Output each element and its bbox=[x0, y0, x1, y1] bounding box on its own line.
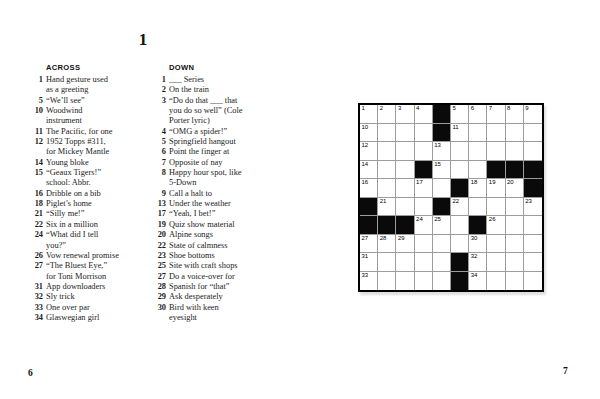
grid-cell-r10c3 bbox=[396, 272, 414, 291]
grid-cell-r1c1: 1 bbox=[360, 105, 378, 124]
grid-cell-r10c8 bbox=[487, 272, 505, 291]
clue-number: 25 bbox=[153, 261, 166, 271]
clue-number: 14 bbox=[30, 158, 43, 168]
grid-cell-r8c10 bbox=[524, 235, 542, 254]
clue-text: Dribble on a bib bbox=[46, 189, 101, 199]
grid-cell-r5c7: 18 bbox=[469, 179, 487, 198]
clue-number: 23 bbox=[153, 251, 166, 261]
grid-cell-r3c2 bbox=[378, 142, 396, 161]
down-clue-25: 25Site with craft shops bbox=[153, 261, 286, 271]
cell-number: 9 bbox=[525, 105, 528, 113]
clue-number: 21 bbox=[30, 209, 43, 219]
cell-number: 27 bbox=[362, 235, 369, 243]
grid-cell-r3c10 bbox=[524, 142, 542, 161]
grid-cell-r4c7 bbox=[469, 161, 487, 180]
grid-cell-r5c5 bbox=[433, 179, 451, 198]
clue-number: 22 bbox=[30, 220, 43, 230]
grid-cell-r2c2 bbox=[378, 124, 396, 143]
grid-cell-r10c5 bbox=[433, 272, 451, 291]
clue-text: “The Bluest Eye,” for Toni Morrison bbox=[46, 261, 107, 282]
clue-text: “We’ll see” bbox=[46, 96, 85, 106]
across-clue-16: 16Dribble on a bib bbox=[30, 189, 152, 199]
clue-text: The Pacific, for one bbox=[46, 127, 113, 137]
down-clue-29: 29Ask desperately bbox=[153, 292, 286, 302]
grid-cell-r6c4 bbox=[415, 198, 433, 217]
cell-number: 29 bbox=[398, 235, 405, 243]
grid-block-r5c10 bbox=[524, 179, 542, 198]
grid-block-r2c5 bbox=[433, 124, 451, 143]
grid-cell-r8c4 bbox=[415, 235, 433, 254]
clue-text: Do a voice-over for bbox=[169, 272, 235, 282]
grid-cell-r5c2 bbox=[378, 179, 396, 198]
grid-cell-r4c1: 14 bbox=[360, 161, 378, 180]
clue-text: App downloaders bbox=[46, 282, 105, 292]
grid-cell-r2c1: 10 bbox=[360, 124, 378, 143]
cell-number: 10 bbox=[362, 124, 369, 132]
grid-cell-r2c8 bbox=[487, 124, 505, 143]
clue-number: 8 bbox=[153, 168, 166, 178]
grid-block-r7c2 bbox=[378, 216, 396, 235]
clue-number: 3 bbox=[153, 96, 166, 106]
down-clue-27: 27Do a voice-over for bbox=[153, 272, 286, 282]
across-clue-22: 22Six in a million bbox=[30, 220, 152, 230]
cell-number: 15 bbox=[434, 161, 441, 169]
left-page-number: 6 bbox=[28, 368, 33, 378]
grid-cell-r3c3 bbox=[396, 142, 414, 161]
grid-cell-r4c3 bbox=[396, 161, 414, 180]
down-clue-4: 4“OMG a spider!” bbox=[153, 127, 286, 137]
clue-text: Sly trick bbox=[46, 292, 75, 302]
clue-text: State of calmness bbox=[169, 241, 228, 251]
across-clue-1: 1Hand gesture used as a greeting bbox=[30, 75, 152, 96]
cell-number: 28 bbox=[380, 235, 387, 243]
clue-text: Point the finger at bbox=[169, 147, 229, 157]
cell-number: 8 bbox=[507, 105, 510, 113]
grid-cell-r1c4: 4 bbox=[415, 105, 433, 124]
cell-number: 13 bbox=[434, 142, 441, 150]
grid-cell-r7c4: 24 bbox=[415, 216, 433, 235]
cell-number: 21 bbox=[380, 198, 387, 206]
grid-cell-r3c8 bbox=[487, 142, 505, 161]
grid-cell-r7c10 bbox=[524, 216, 542, 235]
across-clue-31: 31App downloaders bbox=[30, 282, 152, 292]
grid-cell-r10c9 bbox=[506, 272, 524, 291]
clue-number: 33 bbox=[30, 303, 43, 313]
grid-cell-r9c5 bbox=[433, 253, 451, 272]
grid-cell-r5c9: 20 bbox=[506, 179, 524, 198]
grid-cell-r8c1: 27 bbox=[360, 235, 378, 254]
grid-cell-r6c9 bbox=[506, 198, 524, 217]
down-header: DOWN bbox=[169, 63, 286, 72]
grid-cell-r4c2 bbox=[378, 161, 396, 180]
cell-number: 34 bbox=[471, 272, 478, 280]
grid-cell-r1c10: 9 bbox=[524, 105, 542, 124]
grid-cell-r4c6 bbox=[451, 161, 469, 180]
across-clue-26: 26Vow renewal promise bbox=[30, 251, 152, 261]
clue-number: 19 bbox=[153, 220, 166, 230]
clue-text: Spanish for “that” bbox=[169, 282, 229, 292]
down-clue-2: 2On the train bbox=[153, 85, 286, 95]
cell-number: 5 bbox=[452, 105, 455, 113]
clue-text: Shoe bottoms bbox=[169, 251, 215, 261]
clue-number: 1 bbox=[153, 75, 166, 85]
across-clue-10: 10Woodwind instrument bbox=[30, 106, 152, 127]
grid-block-r9c6 bbox=[451, 253, 469, 272]
clue-number: 11 bbox=[30, 127, 43, 137]
cell-number: 12 bbox=[362, 142, 369, 150]
grid-cell-r2c10 bbox=[524, 124, 542, 143]
cell-number: 25 bbox=[434, 216, 441, 224]
clue-number: 30 bbox=[153, 303, 166, 313]
down-clue-8: 8Happy hour spot, like 5-Down bbox=[153, 168, 286, 189]
across-clue-15: 15“Geaux Tigers!” school: Abbr. bbox=[30, 168, 152, 189]
grid-cell-r5c8: 19 bbox=[487, 179, 505, 198]
grid-block-r6c1 bbox=[360, 198, 378, 217]
across-header: ACROSS bbox=[46, 63, 152, 72]
grid-cell-r10c7: 34 bbox=[469, 272, 487, 291]
cell-number: 30 bbox=[471, 235, 478, 243]
clue-text: Under the weather bbox=[169, 199, 231, 209]
grid-block-r7c7 bbox=[469, 216, 487, 235]
grid-cell-r3c1: 12 bbox=[360, 142, 378, 161]
clue-number: 7 bbox=[153, 158, 166, 168]
grid-cell-r1c9: 8 bbox=[506, 105, 524, 124]
clue-number: 32 bbox=[30, 292, 43, 302]
grid-cell-r1c6: 5 bbox=[451, 105, 469, 124]
grid-block-r7c1 bbox=[360, 216, 378, 235]
clue-number: 4 bbox=[153, 127, 166, 137]
grid-cell-r7c9 bbox=[506, 216, 524, 235]
clue-number: 18 bbox=[30, 199, 43, 209]
grid-cell-r6c3 bbox=[396, 198, 414, 217]
down-clue-19: 19Quiz show material bbox=[153, 220, 286, 230]
across-clue-21: 21“Silly me!” bbox=[30, 209, 152, 219]
clue-text: “Do do that ___ that you do so well” (Co… bbox=[169, 96, 243, 127]
clue-text: Ask desperately bbox=[169, 292, 223, 302]
grid-cell-r9c2 bbox=[378, 253, 396, 272]
down-clue-17: 17“Yeah, I bet!” bbox=[153, 209, 286, 219]
grid-cell-r9c3 bbox=[396, 253, 414, 272]
grid-cell-r10c1: 33 bbox=[360, 272, 378, 291]
grid-cell-r2c3 bbox=[396, 124, 414, 143]
grid-block-r6c5 bbox=[433, 198, 451, 217]
grid-cell-r6c10: 23 bbox=[524, 198, 542, 217]
grid-cell-r9c4 bbox=[415, 253, 433, 272]
clue-text: “What did I tell you?” bbox=[46, 230, 98, 251]
clue-number: 13 bbox=[153, 199, 166, 209]
clue-text: 1952 Topps #311, for Mickey Mantle bbox=[46, 137, 109, 158]
grid-block-r4c10 bbox=[524, 161, 542, 180]
grid-cell-r5c3 bbox=[396, 179, 414, 198]
cell-number: 20 bbox=[507, 179, 514, 187]
cell-number: 18 bbox=[471, 179, 478, 187]
book-spread: 1 ACROSS 1Hand gesture used as a greetin… bbox=[0, 0, 600, 399]
grid-cell-r4c5: 15 bbox=[433, 161, 451, 180]
grid-cell-r8c3: 29 bbox=[396, 235, 414, 254]
clue-number: 34 bbox=[30, 313, 43, 323]
grid-block-r5c6 bbox=[451, 179, 469, 198]
grid-cell-r2c4 bbox=[415, 124, 433, 143]
clue-number: 24 bbox=[30, 230, 43, 240]
grid-cell-r2c9 bbox=[506, 124, 524, 143]
grid-cell-r8c9 bbox=[506, 235, 524, 254]
clue-number: 17 bbox=[153, 209, 166, 219]
clue-number: 2 bbox=[153, 85, 166, 95]
grid-cell-r6c7 bbox=[469, 198, 487, 217]
down-clue-list: 1___ Series2On the train3“Do do that ___… bbox=[153, 75, 286, 323]
across-clue-18: 18Piglet’s home bbox=[30, 199, 152, 209]
cell-number: 1 bbox=[362, 105, 365, 113]
cell-number: 2 bbox=[380, 105, 383, 113]
clue-number: 20 bbox=[153, 230, 166, 240]
grid-cell-r5c4: 17 bbox=[415, 179, 433, 198]
clue-text: Opposite of nay bbox=[169, 158, 223, 168]
grid-cell-r8c2: 28 bbox=[378, 235, 396, 254]
grid-block-r4c4 bbox=[415, 161, 433, 180]
grid-cell-r9c7: 32 bbox=[469, 253, 487, 272]
clue-number: 10 bbox=[30, 106, 43, 116]
clue-text: “Yeah, I bet!” bbox=[169, 209, 215, 219]
cell-number: 32 bbox=[471, 253, 478, 261]
grid-cell-r7c8: 26 bbox=[487, 216, 505, 235]
right-page-number: 7 bbox=[563, 366, 568, 376]
down-clue-7: 7Opposite of nay bbox=[153, 158, 286, 168]
grid-cell-r8c8 bbox=[487, 235, 505, 254]
down-clue-23: 23Shoe bottoms bbox=[153, 251, 286, 261]
clue-text: “Silly me!” bbox=[46, 209, 84, 219]
down-clues-section: DOWN 1___ Series2On the train3“Do do tha… bbox=[153, 63, 286, 323]
clue-text: One over par bbox=[46, 303, 90, 313]
clue-text: Glaswegian girl bbox=[46, 313, 99, 323]
clue-text: Alpine songs bbox=[169, 230, 213, 240]
grid-cell-r1c8: 7 bbox=[487, 105, 505, 124]
clue-number: 5 bbox=[30, 96, 43, 106]
grid-cell-r6c2: 21 bbox=[378, 198, 396, 217]
clue-number: 31 bbox=[30, 282, 43, 292]
across-clue-33: 33One over par bbox=[30, 303, 152, 313]
clue-number: 9 bbox=[153, 189, 166, 199]
cell-number: 17 bbox=[416, 179, 423, 187]
grid-cell-r9c8 bbox=[487, 253, 505, 272]
down-clue-30: 30Bird with keen eyesight bbox=[153, 303, 286, 324]
down-clue-13: 13Under the weather bbox=[153, 199, 286, 209]
grid-cell-r2c7 bbox=[469, 124, 487, 143]
cell-number: 26 bbox=[489, 216, 496, 224]
grid-cell-r10c10 bbox=[524, 272, 542, 291]
clue-number: 27 bbox=[30, 261, 43, 271]
grid-cell-r8c7: 30 bbox=[469, 235, 487, 254]
across-clue-32: 32Sly trick bbox=[30, 292, 152, 302]
cell-number: 7 bbox=[489, 105, 492, 113]
clue-text: Hand gesture used as a greeting bbox=[46, 75, 108, 96]
grid-cell-r9c9 bbox=[506, 253, 524, 272]
clue-number: 27 bbox=[153, 272, 166, 282]
cell-number: 16 bbox=[362, 179, 369, 187]
cell-number: 14 bbox=[362, 161, 369, 169]
across-clues-section: ACROSS 1Hand gesture used as a greeting5… bbox=[30, 63, 152, 323]
cell-number: 4 bbox=[416, 105, 419, 113]
across-clue-14: 14Young bloke bbox=[30, 158, 152, 168]
cell-number: 22 bbox=[452, 198, 459, 206]
grid-block-r4c8 bbox=[487, 161, 505, 180]
clue-number: 28 bbox=[153, 282, 166, 292]
clue-text: Call a halt to bbox=[169, 189, 212, 199]
clue-text: Springfield hangout bbox=[169, 137, 236, 147]
clue-text: On the train bbox=[169, 85, 209, 95]
clue-number: 1 bbox=[30, 75, 43, 85]
grid-cell-r10c2 bbox=[378, 272, 396, 291]
crossword-grid: 1234567891011121314151617181920212223242… bbox=[358, 103, 544, 292]
grid-cell-r3c9 bbox=[506, 142, 524, 161]
across-clue-11: 11The Pacific, for one bbox=[30, 127, 152, 137]
grid-cell-r6c8 bbox=[487, 198, 505, 217]
grid-cell-r3c6 bbox=[451, 142, 469, 161]
grid-cell-r3c5: 13 bbox=[433, 142, 451, 161]
grid-cell-r1c3: 3 bbox=[396, 105, 414, 124]
grid-block-r7c3 bbox=[396, 216, 414, 235]
clue-number: 29 bbox=[153, 292, 166, 302]
cell-number: 19 bbox=[489, 179, 496, 187]
clue-text: “Geaux Tigers!” school: Abbr. bbox=[46, 168, 101, 189]
grid-cell-r9c1: 31 bbox=[360, 253, 378, 272]
down-clue-6: 6Point the finger at bbox=[153, 147, 286, 157]
clue-text: Vow renewal promise bbox=[46, 251, 119, 261]
grid-cell-r3c7 bbox=[469, 142, 487, 161]
clue-text: Piglet’s home bbox=[46, 199, 92, 209]
grid-cell-r7c5: 25 bbox=[433, 216, 451, 235]
puzzle-number: 1 bbox=[130, 30, 156, 50]
grid-block-r1c5 bbox=[433, 105, 451, 124]
grid-cell-r3c4 bbox=[415, 142, 433, 161]
grid-cell-r1c2: 2 bbox=[378, 105, 396, 124]
grid-cell-r10c4 bbox=[415, 272, 433, 291]
clue-text: Woodwind instrument bbox=[46, 106, 83, 127]
grid-cell-r8c5 bbox=[433, 235, 451, 254]
cell-number: 11 bbox=[452, 124, 458, 132]
clue-text: ___ Series bbox=[169, 75, 204, 85]
across-clue-12: 121952 Topps #311, for Mickey Mantle bbox=[30, 137, 152, 158]
grid-block-r10c6 bbox=[451, 272, 469, 291]
cell-number: 24 bbox=[416, 216, 423, 224]
clue-text: Bird with keen eyesight bbox=[169, 303, 219, 324]
cell-number: 31 bbox=[362, 253, 369, 261]
across-clue-list: 1Hand gesture used as a greeting5“We’ll … bbox=[30, 75, 152, 323]
grid-block-r4c9 bbox=[506, 161, 524, 180]
across-clue-24: 24“What did I tell you?” bbox=[30, 230, 152, 251]
down-clue-22: 22State of calmness bbox=[153, 241, 286, 251]
cell-number: 6 bbox=[471, 105, 474, 113]
clue-text: Quiz show material bbox=[169, 220, 235, 230]
across-clue-5: 5“We’ll see” bbox=[30, 96, 152, 106]
clue-number: 15 bbox=[30, 168, 43, 178]
clue-number: 6 bbox=[153, 147, 166, 157]
grid-cell-r6c6: 22 bbox=[451, 198, 469, 217]
grid-cell-r5c1: 16 bbox=[360, 179, 378, 198]
cell-number: 3 bbox=[398, 105, 401, 113]
down-clue-28: 28Spanish for “that” bbox=[153, 282, 286, 292]
grid-cell-r2c6: 11 bbox=[451, 124, 469, 143]
clue-text: Happy hour spot, like 5-Down bbox=[169, 168, 242, 189]
grid-cell-r1c7: 6 bbox=[469, 105, 487, 124]
cell-number: 23 bbox=[525, 198, 532, 206]
down-clue-1: 1___ Series bbox=[153, 75, 286, 85]
clue-text: Six in a million bbox=[46, 220, 98, 230]
clue-text: “OMG a spider!” bbox=[169, 127, 227, 137]
clue-number: 5 bbox=[153, 137, 166, 147]
clue-number: 12 bbox=[30, 137, 43, 147]
clue-number: 26 bbox=[30, 251, 43, 261]
across-clue-34: 34Glaswegian girl bbox=[30, 313, 152, 323]
down-clue-5: 5Springfield hangout bbox=[153, 137, 286, 147]
grid-cell-r8c6 bbox=[451, 235, 469, 254]
clue-number: 22 bbox=[153, 241, 166, 251]
cell-number: 33 bbox=[362, 272, 369, 280]
clue-number: 16 bbox=[30, 189, 43, 199]
down-clue-3: 3“Do do that ___ that you do so well” (C… bbox=[153, 96, 286, 127]
grid-cell-r9c10 bbox=[524, 253, 542, 272]
grid-cell-r7c6 bbox=[451, 216, 469, 235]
clue-text: Site with craft shops bbox=[169, 261, 238, 271]
clue-text: Young bloke bbox=[46, 158, 89, 168]
down-clue-9: 9Call a halt to bbox=[153, 189, 286, 199]
across-clue-27: 27“The Bluest Eye,” for Toni Morrison bbox=[30, 261, 152, 282]
down-clue-20: 20Alpine songs bbox=[153, 230, 286, 240]
